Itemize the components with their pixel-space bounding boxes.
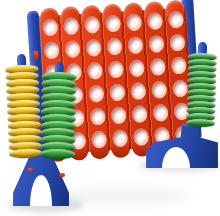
empty-hole	[65, 40, 81, 58]
board-cell	[147, 55, 169, 79]
board-cell	[128, 102, 150, 126]
empty-hole	[111, 106, 127, 124]
green-disc-ring	[40, 149, 75, 160]
yellow-disc-ring	[8, 148, 41, 158]
foot-latch-icon	[27, 168, 33, 172]
board-cell	[109, 126, 131, 150]
board-cell	[102, 11, 124, 35]
foot-right	[146, 124, 218, 168]
board-cell	[88, 127, 110, 151]
board-cell	[60, 14, 82, 38]
board-cell	[84, 59, 106, 83]
empty-hole	[168, 11, 184, 29]
board-cell	[61, 37, 83, 61]
empty-hole	[148, 35, 164, 53]
empty-hole	[151, 81, 167, 99]
board-cell	[127, 79, 149, 103]
empty-hole	[169, 34, 185, 52]
board-cell	[106, 80, 128, 104]
disc-stack-green-front-left	[39, 62, 77, 160]
board-cell	[103, 34, 125, 58]
empty-hole	[129, 59, 145, 77]
empty-hole	[85, 39, 101, 57]
board-cell	[85, 82, 107, 106]
board-cell	[148, 78, 170, 102]
empty-hole	[42, 18, 58, 36]
green-disc-ring	[185, 119, 214, 128]
board-cell	[126, 56, 148, 80]
board-cell	[82, 36, 104, 60]
board-cell	[144, 9, 166, 33]
board-cell	[149, 101, 171, 125]
empty-hole	[108, 60, 124, 78]
board-cell	[166, 31, 188, 55]
empty-hole	[90, 108, 106, 126]
board-cell	[87, 105, 109, 129]
disc-stack-green-right	[185, 42, 217, 128]
empty-hole	[88, 85, 104, 103]
empty-hole	[153, 104, 169, 122]
disc-stack-yellow-left	[4, 53, 43, 158]
empty-hole	[87, 62, 103, 80]
empty-hole	[44, 41, 60, 59]
board-cell	[81, 13, 103, 37]
empty-hole	[147, 12, 163, 30]
empty-hole	[130, 82, 146, 100]
board-cell	[40, 38, 62, 62]
empty-hole	[132, 105, 148, 123]
empty-hole	[109, 83, 125, 101]
empty-hole	[126, 13, 142, 31]
empty-hole	[171, 57, 187, 75]
board-cell	[39, 15, 61, 39]
empty-hole	[112, 129, 128, 147]
foot-latch-icon	[59, 173, 65, 177]
empty-hole	[63, 17, 79, 35]
empty-hole	[105, 15, 121, 33]
board-cell	[123, 10, 145, 34]
board-cell	[124, 33, 146, 57]
board-cell	[145, 32, 167, 56]
board-cell	[105, 57, 127, 81]
board-cell	[107, 103, 129, 127]
giant-connect-four-product-photo	[0, 0, 220, 216]
empty-hole	[150, 58, 166, 76]
empty-hole	[127, 36, 143, 54]
empty-hole	[91, 131, 107, 149]
board-cell	[165, 8, 187, 32]
empty-hole	[106, 38, 122, 56]
empty-hole	[84, 16, 100, 34]
